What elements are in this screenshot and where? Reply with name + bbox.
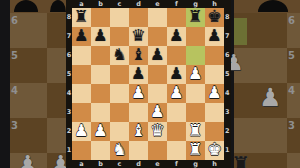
background-rank-label: 3: [287, 118, 300, 131]
square-h5[interactable]: [205, 65, 224, 84]
square-f8[interactable]: [167, 8, 186, 27]
white-pawn-b2[interactable]: ♟: [93, 123, 108, 140]
rank-labels-right: 8 7 6 5 4 3 2 1: [224, 8, 231, 160]
file-label-f: f: [167, 0, 186, 8]
background-right-column-2: 6 5 4 3: [287, 0, 300, 168]
file-label-d: d: [129, 160, 148, 168]
white-rook-g2[interactable]: ♜: [188, 123, 203, 140]
rank-label-3: 3: [224, 103, 231, 122]
black-bishop-d6[interactable]: ♝: [131, 47, 146, 64]
square-e5[interactable]: [148, 65, 167, 84]
square-g1[interactable]: ♜: [186, 141, 205, 160]
black-queen-d7[interactable]: ♛: [131, 28, 146, 45]
chess-app: 6 5 4 3 ♟ ♟ a b c d e f g h 8 7: [0, 0, 300, 168]
black-rook-g8[interactable]: ♜: [188, 9, 203, 26]
square-e6[interactable]: ♟: [148, 46, 167, 65]
square-b8[interactable]: [91, 8, 110, 27]
white-bishop-d2[interactable]: ♝: [131, 123, 146, 140]
square-b1[interactable]: [91, 141, 110, 160]
square-f1[interactable]: [167, 141, 186, 160]
file-label-a: a: [72, 160, 91, 168]
square-d2[interactable]: ♝: [129, 122, 148, 141]
square-h3[interactable]: [205, 103, 224, 122]
square-c3[interactable]: [110, 103, 129, 122]
square-d1[interactable]: [129, 141, 148, 160]
rank-label-8: 8: [224, 8, 231, 27]
black-knight-c6[interactable]: ♞: [112, 47, 127, 64]
background-rank-label: 6: [287, 13, 300, 26]
white-pawn-silhouette-icon: ♟: [231, 52, 244, 74]
white-pawn-d4[interactable]: ♟: [131, 85, 146, 102]
square-f4[interactable]: ♟: [167, 84, 186, 103]
file-labels-bottom: a b c d e f g h: [66, 160, 231, 168]
square-c2[interactable]: [110, 122, 129, 141]
white-rook-g1[interactable]: ♜: [188, 142, 203, 159]
file-label-e: e: [148, 160, 167, 168]
black-pawn-h7[interactable]: ♟: [207, 28, 222, 45]
square-g6[interactable]: [186, 46, 205, 65]
square-d8[interactable]: [129, 8, 148, 27]
rank-label-6: 6: [224, 46, 231, 65]
square-e8[interactable]: [148, 8, 167, 27]
square-g4[interactable]: [186, 84, 205, 103]
background-left-column-1: 6 5 4 3: [10, 0, 47, 168]
black-pawn-f7[interactable]: ♟: [169, 28, 184, 45]
square-g7[interactable]: [186, 27, 205, 46]
black-pawn-e6[interactable]: ♟: [150, 47, 165, 64]
file-label-e: e: [148, 0, 167, 8]
background-left-edge-band: [0, 0, 10, 168]
background-rank-label: 5: [10, 48, 47, 61]
rank-label-1: 1: [224, 141, 231, 160]
black-king-h8[interactable]: ♚: [207, 9, 222, 26]
background-left-column-2: [47, 0, 66, 168]
background-rank-label: 5: [287, 48, 300, 61]
file-label-c: c: [110, 0, 129, 8]
square-e3[interactable]: ♟: [148, 103, 167, 122]
white-knight-c1[interactable]: ♞: [112, 142, 127, 159]
rank-label-2: 2: [224, 122, 231, 141]
square-g8[interactable]: ♜: [186, 8, 205, 27]
square-b6[interactable]: [91, 46, 110, 65]
file-label-f: f: [167, 160, 186, 168]
file-label-g: g: [186, 160, 205, 168]
square-d6[interactable]: ♝: [129, 46, 148, 65]
square-f5[interactable]: ♟: [167, 65, 186, 84]
square-c8[interactable]: [110, 8, 129, 27]
black-pawn-d5[interactable]: ♟: [131, 66, 146, 83]
square-c5[interactable]: [110, 65, 129, 84]
white-pawn-f4[interactable]: ♟: [169, 85, 184, 102]
square-c6[interactable]: ♞: [110, 46, 129, 65]
file-label-b: b: [91, 0, 110, 8]
square-g2[interactable]: ♜: [186, 122, 205, 141]
square-d3[interactable]: [129, 103, 148, 122]
file-label-d: d: [129, 0, 148, 8]
square-a5[interactable]: [72, 65, 91, 84]
square-a3[interactable]: [72, 103, 91, 122]
white-pawn-silhouette-icon: ♟: [49, 152, 66, 168]
file-label-h: h: [205, 160, 224, 168]
square-g3[interactable]: [186, 103, 205, 122]
white-king-h1[interactable]: ♚: [207, 142, 222, 159]
square-e2[interactable]: ♛: [148, 122, 167, 141]
square-g5[interactable]: ♟: [186, 65, 205, 84]
square-a7[interactable]: ♟: [72, 27, 91, 46]
square-f7[interactable]: ♟: [167, 27, 186, 46]
square-f2[interactable]: [167, 122, 186, 141]
black-pawn-a7[interactable]: ♟: [74, 28, 89, 45]
square-c7[interactable]: [110, 27, 129, 46]
square-b5[interactable]: [91, 65, 110, 84]
square-f3[interactable]: [167, 103, 186, 122]
square-a8[interactable]: ♜: [72, 8, 91, 27]
white-pawn-h4[interactable]: ♟: [207, 85, 222, 102]
chess-board[interactable]: ♜♜♚♟♟♛♟♟♞♝♟♟♟♟♟♟♟♟♟♟♝♛♜♞♜♚: [72, 8, 224, 160]
background-rank-label: 6: [10, 13, 47, 26]
square-h6[interactable]: [205, 46, 224, 65]
square-b7[interactable]: ♟: [91, 27, 110, 46]
black-pawn-f5[interactable]: ♟: [169, 66, 184, 83]
background-board-left: 6 5 4 3 ♟ ♟: [0, 0, 66, 168]
square-h4[interactable]: ♟: [205, 84, 224, 103]
white-pawn-silhouette-icon: ♟: [16, 152, 39, 168]
file-label-c: c: [110, 160, 129, 168]
square-d7[interactable]: ♛: [129, 27, 148, 46]
chess-board-frame: a b c d e f g h 8 7 6 5 4 3 2 1 ♜♜♚♟♟♛♟♟…: [66, 0, 231, 168]
square-d5[interactable]: ♟: [129, 65, 148, 84]
black-rook-silhouette-icon: ♜: [231, 154, 251, 168]
white-pawn-silhouette-icon: ♟: [259, 85, 281, 110]
square-b2[interactable]: ♟: [91, 122, 110, 141]
white-queen-e2[interactable]: ♛: [150, 123, 165, 140]
square-h7[interactable]: ♟: [205, 27, 224, 46]
background-rank-label: 4: [287, 83, 300, 96]
square-a4[interactable]: [72, 84, 91, 103]
square-h1[interactable]: ♚: [205, 141, 224, 160]
square-c4[interactable]: [110, 84, 129, 103]
white-pawn-a2[interactable]: ♟: [74, 123, 89, 140]
background-rank-label: 4: [10, 83, 47, 96]
black-rook-a8[interactable]: ♜: [74, 9, 89, 26]
square-a2[interactable]: ♟: [72, 122, 91, 141]
square-e4[interactable]: [148, 84, 167, 103]
square-h2[interactable]: [205, 122, 224, 141]
square-c1[interactable]: ♞: [110, 141, 129, 160]
background-rank-label: 3: [10, 118, 47, 131]
square-f6[interactable]: [167, 46, 186, 65]
square-h8[interactable]: ♚: [205, 8, 224, 27]
background-board-right: 6 5 4 3 ♟ ♟ ♜: [231, 0, 300, 168]
background-highlight-square: [234, 18, 247, 45]
square-e7[interactable]: [148, 27, 167, 46]
white-pawn-e3[interactable]: ♟: [150, 104, 165, 121]
square-b3[interactable]: [91, 103, 110, 122]
rank-label-7: 7: [224, 27, 231, 46]
square-b4[interactable]: [91, 84, 110, 103]
white-pawn-g5[interactable]: ♟: [188, 66, 203, 83]
rank-label-5: 5: [224, 65, 231, 84]
rank-label-4: 4: [224, 84, 231, 103]
square-d4[interactable]: ♟: [129, 84, 148, 103]
square-a1[interactable]: [72, 141, 91, 160]
square-e1[interactable]: [148, 141, 167, 160]
black-pawn-b7[interactable]: ♟: [93, 28, 108, 45]
file-label-b: b: [91, 160, 110, 168]
square-a6[interactable]: [72, 46, 91, 65]
